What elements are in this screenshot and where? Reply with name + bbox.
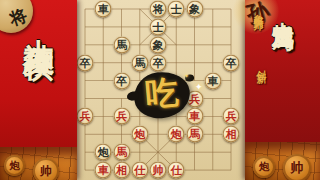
piece-red-cannon-c5r7[interactable]: 炮: [168, 126, 185, 143]
wood-piece-char: 炮: [10, 159, 20, 173]
piece-red-advisor-c5r9[interactable]: 仕: [168, 162, 185, 179]
piece-black-pawn-c0r3[interactable]: 卒: [77, 54, 94, 71]
sparkle-icon: ✦: [195, 82, 203, 92]
piece-red-horse-c2r8[interactable]: 馬: [113, 144, 130, 161]
sparkle-icon: ✦: [184, 72, 189, 79]
wood-piece-pao: 炮: [4, 155, 25, 176]
piece-black-elephant-c6r0[interactable]: 象: [186, 1, 203, 18]
wood-piece-char: 炮: [259, 160, 269, 174]
right-banner: 孙 象棋大师 创新 中炮对屏风马 炮 帅: [245, 0, 320, 180]
piece-red-elephant-c8r7[interactable]: 相: [223, 126, 240, 143]
piece-black-advisor-c4r1[interactable]: 士: [150, 18, 167, 35]
piece-black-chariot-c7r4[interactable]: 車: [204, 72, 221, 89]
piece-red-advisor-c3r9[interactable]: 仕: [131, 162, 148, 179]
piece-black-pawn-c2r4[interactable]: 卒: [113, 72, 130, 89]
piece-red-pawn-c8r6[interactable]: 兵: [223, 108, 240, 125]
left-banner-title: 大神象棋: [23, 14, 54, 30]
wood-piece-char: 帅: [40, 163, 52, 180]
wood-piece-shuai: 帅: [283, 154, 311, 180]
piece-black-cannon-c1r8[interactable]: 炮: [95, 144, 112, 161]
piece-black-horse-c3r3[interactable]: 馬: [131, 54, 148, 71]
wood-piece-pao: 炮: [253, 156, 275, 178]
wood-piece-shuai: 帅: [33, 158, 59, 180]
piece-black-king-c4r0[interactable]: 将: [150, 1, 167, 18]
xiangqi-board[interactable]: 吃 ✦ ✦ 車将士象士馬象卒馬卒卒卒車兵兵兵車兵炮炮馬相炮馬車相仕帅仕: [76, 0, 245, 180]
right-banner-title: 中炮对屏风马: [272, 4, 294, 16]
piece-red-cannon-c3r7[interactable]: 炮: [131, 126, 148, 143]
piece-black-chariot-c1r0[interactable]: 車: [95, 1, 112, 18]
piece-red-elephant-c2r9[interactable]: 相: [113, 162, 130, 179]
right-banner-subtitle: 象棋大师: [251, 6, 265, 14]
piece-red-king-c4r9[interactable]: 帅: [150, 162, 167, 179]
piece-black-advisor-c5r0[interactable]: 士: [168, 1, 185, 18]
left-banner: 将 大神象棋 炮 帅: [0, 0, 77, 180]
wood-piece-char: 帅: [291, 159, 304, 177]
piece-black-pawn-c8r3[interactable]: 卒: [223, 54, 240, 71]
piece-black-pawn-c4r3[interactable]: 卒: [150, 54, 167, 71]
right-banner-photo: 炮 帅: [245, 142, 320, 180]
video-thumbnail: 吃 ✦ ✦ 車将士象士馬象卒馬卒卒卒車兵兵兵車兵炮炮馬相炮馬車相仕帅仕 将 大神…: [0, 0, 320, 180]
capture-label: 吃: [144, 70, 181, 118]
left-banner-photo: 炮 帅: [0, 147, 77, 180]
piece-red-chariot-c1r9[interactable]: 車: [95, 162, 112, 179]
right-banner-tagline: 创新: [253, 62, 267, 69]
piece-red-pawn-c0r6[interactable]: 兵: [77, 108, 94, 125]
piece-black-elephant-c4r2[interactable]: 象: [150, 36, 167, 53]
piece-red-pawn-c2r6[interactable]: 兵: [113, 108, 130, 125]
capture-splash: 吃: [134, 72, 190, 118]
piece-red-horse-c6r7[interactable]: 馬: [186, 126, 203, 143]
piece-black-horse-c2r2[interactable]: 馬: [113, 36, 130, 53]
